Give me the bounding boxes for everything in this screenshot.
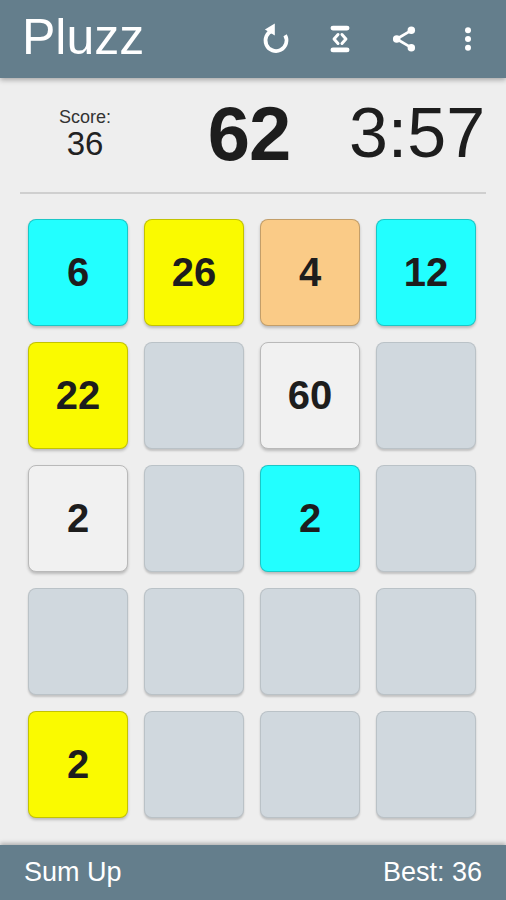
tile-r5c2-empty[interactable]: [144, 711, 244, 818]
tile-r1c2-26[interactable]: 26: [144, 219, 244, 326]
undo-icon: [258, 21, 294, 57]
tile-r1c1-6[interactable]: 6: [28, 219, 128, 326]
tile-r3c2-empty[interactable]: [144, 465, 244, 572]
tile-r2c2-empty[interactable]: [144, 342, 244, 449]
overflow-menu-icon: [453, 24, 483, 54]
tile-r5c4-empty[interactable]: [376, 711, 476, 818]
score-block: Score: 36: [0, 108, 170, 162]
tile-r4c1-empty[interactable]: [28, 588, 128, 695]
best-score: Best: 36: [383, 857, 482, 888]
board-grid: 6264122260222: [28, 219, 476, 818]
tile-r1c3-4[interactable]: 4: [260, 219, 360, 326]
tile-r4c4-empty[interactable]: [376, 588, 476, 695]
tile-r4c2-empty[interactable]: [144, 588, 244, 695]
tile-r5c1-2[interactable]: 2: [28, 711, 128, 818]
share-icon: [388, 23, 420, 55]
tile-r2c1-22[interactable]: 22: [28, 342, 128, 449]
tile-r3c4-empty[interactable]: [376, 465, 476, 572]
appbar: Pluzz: [0, 0, 506, 78]
divider: [20, 192, 486, 194]
tile-r1c4-12[interactable]: 12: [376, 219, 476, 326]
score-value: 36: [0, 127, 170, 162]
overflow-menu-button[interactable]: [444, 15, 492, 63]
scorebar: Score: 36 62 3:57: [0, 78, 506, 192]
target-number: 62: [170, 90, 328, 181]
mode-label: Sum Up: [24, 857, 122, 888]
tile-r5c3-empty[interactable]: [260, 711, 360, 818]
tile-r3c1-2[interactable]: 2: [28, 465, 128, 572]
device-rotate-icon: [323, 22, 357, 56]
timer: 3:57: [328, 93, 506, 177]
footer-bar: Sum Up Best: 36: [0, 845, 506, 900]
device-rotate-button[interactable]: [316, 15, 364, 63]
app-title: Pluzz: [22, 12, 252, 66]
undo-button[interactable]: [252, 15, 300, 63]
tile-r2c4-empty[interactable]: [376, 342, 476, 449]
tile-r3c3-2[interactable]: 2: [260, 465, 360, 572]
tile-r4c3-empty[interactable]: [260, 588, 360, 695]
tile-r2c3-60[interactable]: 60: [260, 342, 360, 449]
share-button[interactable]: [380, 15, 428, 63]
